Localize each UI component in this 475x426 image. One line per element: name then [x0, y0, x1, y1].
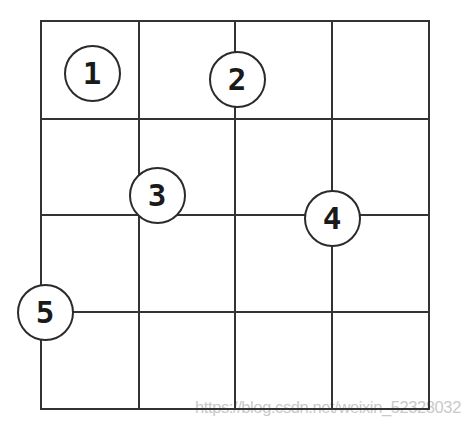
marker-circle-2: 2: [209, 51, 266, 108]
marker-circle-3: 3: [129, 167, 186, 224]
grid-cell: [235, 312, 332, 409]
grid-cell: [139, 215, 236, 312]
marker-circle-1: 1: [64, 45, 121, 102]
grid-cell: [139, 312, 236, 409]
marker-circle-5: 5: [17, 284, 74, 341]
marker-circle-4: 4: [304, 190, 361, 247]
diagram-canvas: https://blog.csdn.net/weixin_52328032 1 …: [0, 0, 475, 426]
grid-cell: [332, 22, 429, 119]
grid-cell: [332, 312, 429, 409]
grid-cell: [42, 119, 139, 216]
